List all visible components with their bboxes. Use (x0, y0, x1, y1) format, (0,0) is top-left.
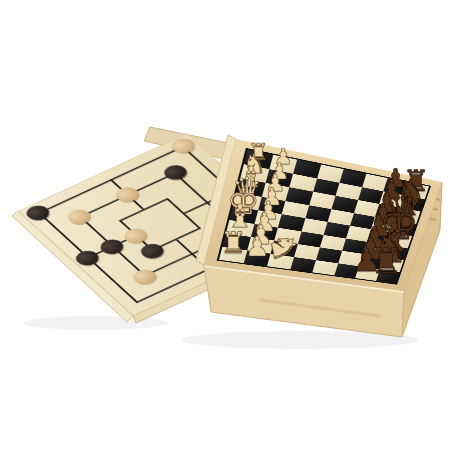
product-photo-scene: ♜♟♞♟♝♟♛♟♚♟♝♟♟♜♟♟♜♞♟♞♟♝♟♛♟♚♟♝♟♞♟♜ (0, 0, 458, 458)
chess-square-h8 (376, 269, 400, 284)
chess-square-h1 (219, 247, 247, 263)
